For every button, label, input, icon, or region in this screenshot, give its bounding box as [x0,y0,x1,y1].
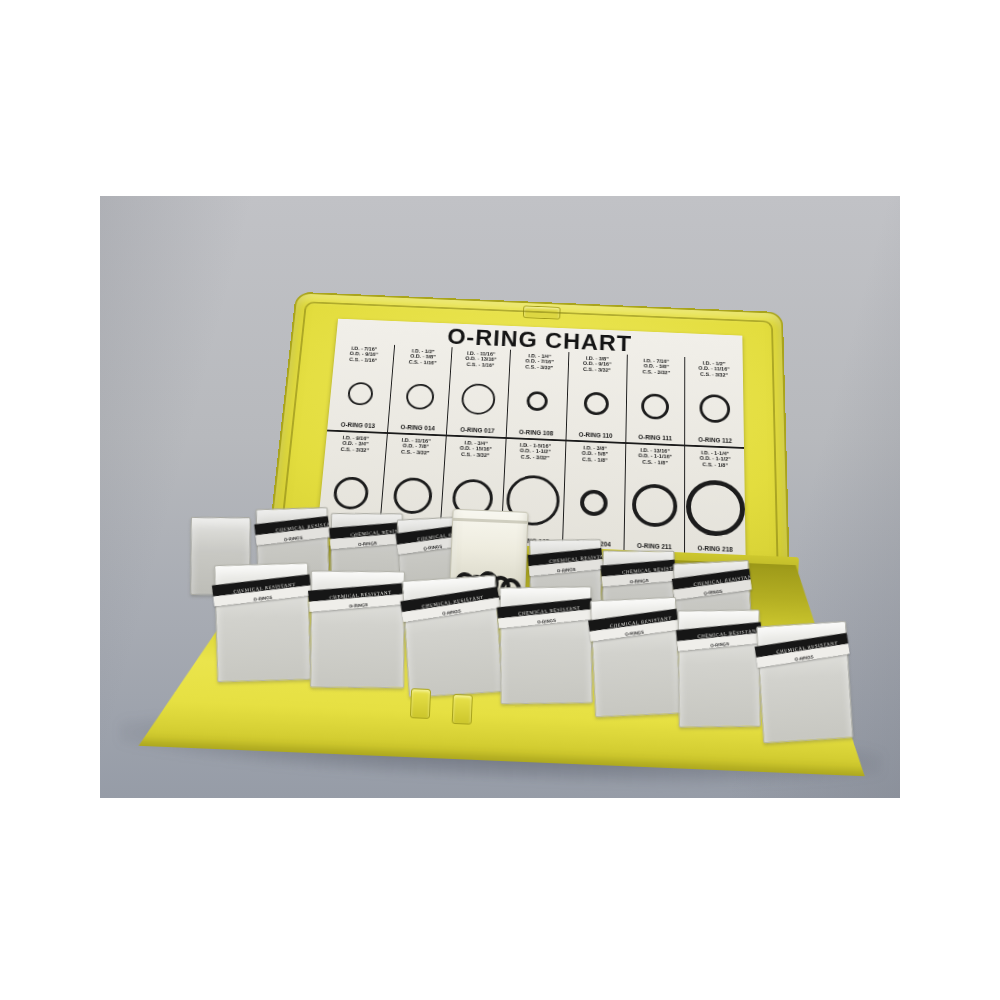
box-label-band: CHEMICAL RESISTANTO-RINGS [589,609,680,642]
page: O-RING CHART I.D. - 7/16"O.D. - 9/16"C.S… [0,0,1000,1000]
oring-box: CHEMICAL RESISTANTO-RINGS [310,571,405,689]
oring-box: CHEMICAL RESISTANTO-RINGS [402,575,503,698]
front-latch-tab [410,688,431,719]
front-latch-tab [452,694,473,725]
oring-kit-case: O-RING CHART I.D. - 7/16"O.D. - 9/16"C.S… [100,196,900,798]
box-label-band: CHEMICAL RESISTANTO-RINGS [676,622,762,651]
box-label-band: CHEMICAL RESISTANTO-RINGS [401,587,501,622]
oring-box: CHEMICAL RESISTANTO-RINGS [678,610,761,728]
oring-box: CHEMICAL RESISTANTO-RINGS [756,621,853,743]
oring-box: CHEMICAL RESISTANTO-RINGS [214,563,311,683]
product-photo: O-RING CHART I.D. - 7/16"O.D. - 9/16"C.S… [100,196,900,798]
box-label-band: CHEMICAL RESISTANTO-RINGS [497,598,594,628]
box-label-band: CHEMICAL RESISTANTO-RINGS [308,583,407,612]
box-label-band: CHEMICAL RESISTANTO-RINGS [212,574,311,606]
tray-front-row: CHEMICAL RESISTANTO-RINGSCHEMICAL RESIST… [100,196,900,798]
box-label-band: CHEMICAL RESISTANTO-RINGS [755,633,850,668]
oring-box: CHEMICAL RESISTANTO-RINGS [499,586,592,704]
oring-box: CHEMICAL RESISTANTO-RINGS [590,597,681,718]
